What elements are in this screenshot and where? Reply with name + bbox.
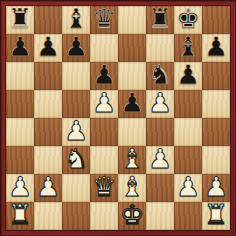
black-pawn[interactable]: ♟	[176, 61, 200, 89]
square-d5[interactable]: ♟	[90, 90, 118, 118]
chess-board: ♜♝♛♜♚♟♟♟♝♟♟♞♟♟♟♟♟♞♝♟♟♟♛♝♟♟♜♚♜	[6, 6, 230, 230]
square-h7[interactable]: ♟	[202, 34, 230, 62]
square-f8[interactable]: ♜	[146, 6, 174, 34]
square-a6[interactable]	[6, 62, 34, 90]
square-c7[interactable]: ♟	[62, 34, 90, 62]
square-h6[interactable]	[202, 62, 230, 90]
square-e7[interactable]	[118, 34, 146, 62]
square-h1[interactable]: ♜	[202, 202, 230, 230]
square-c1[interactable]	[62, 202, 90, 230]
square-d6[interactable]: ♟	[90, 62, 118, 90]
square-b7[interactable]: ♟	[34, 34, 62, 62]
white-rook[interactable]: ♜	[8, 201, 32, 229]
white-bishop[interactable]: ♝	[120, 145, 144, 173]
square-g7[interactable]: ♝	[174, 34, 202, 62]
square-c2[interactable]	[62, 174, 90, 202]
black-pawn[interactable]: ♟	[64, 33, 88, 61]
square-e2[interactable]: ♝	[118, 174, 146, 202]
square-e5[interactable]: ♟	[118, 90, 146, 118]
square-g3[interactable]	[174, 146, 202, 174]
square-b2[interactable]: ♟	[34, 174, 62, 202]
square-e6[interactable]	[118, 62, 146, 90]
white-pawn[interactable]: ♟	[148, 89, 172, 117]
black-pawn[interactable]: ♟	[92, 61, 116, 89]
square-b1[interactable]	[34, 202, 62, 230]
white-rook[interactable]: ♜	[204, 201, 228, 229]
square-f3[interactable]: ♟	[146, 146, 174, 174]
square-f7[interactable]	[146, 34, 174, 62]
square-a2[interactable]: ♟	[6, 174, 34, 202]
square-a1[interactable]: ♜	[6, 202, 34, 230]
square-h3[interactable]	[202, 146, 230, 174]
square-c4[interactable]: ♟	[62, 118, 90, 146]
white-bishop[interactable]: ♝	[120, 173, 144, 201]
square-e8[interactable]	[118, 6, 146, 34]
black-pawn[interactable]: ♟	[8, 33, 32, 61]
square-b5[interactable]	[34, 90, 62, 118]
black-pawn[interactable]: ♟	[204, 33, 228, 61]
square-d7[interactable]	[90, 34, 118, 62]
black-pawn[interactable]: ♟	[36, 33, 60, 61]
square-c5[interactable]	[62, 90, 90, 118]
square-c6[interactable]	[62, 62, 90, 90]
black-pawn[interactable]: ♟	[120, 89, 144, 117]
square-d4[interactable]	[90, 118, 118, 146]
square-a7[interactable]: ♟	[6, 34, 34, 62]
square-b8[interactable]	[34, 6, 62, 34]
black-rook[interactable]: ♜	[8, 5, 32, 33]
white-pawn[interactable]: ♟	[36, 173, 60, 201]
square-d3[interactable]	[90, 146, 118, 174]
square-g4[interactable]	[174, 118, 202, 146]
square-b3[interactable]	[34, 146, 62, 174]
square-b6[interactable]	[34, 62, 62, 90]
black-bishop[interactable]: ♝	[64, 5, 88, 33]
square-g1[interactable]	[174, 202, 202, 230]
square-f6[interactable]: ♞	[146, 62, 174, 90]
board-frame: ♜♝♛♜♚♟♟♟♝♟♟♞♟♟♟♟♟♞♝♟♟♟♛♝♟♟♜♚♜	[0, 0, 236, 236]
square-d8[interactable]: ♛	[90, 6, 118, 34]
white-king[interactable]: ♚	[120, 201, 144, 229]
square-b4[interactable]	[34, 118, 62, 146]
square-c8[interactable]: ♝	[62, 6, 90, 34]
square-a8[interactable]: ♜	[6, 6, 34, 34]
white-pawn[interactable]: ♟	[92, 89, 116, 117]
square-g8[interactable]: ♚	[174, 6, 202, 34]
square-h2[interactable]: ♟	[202, 174, 230, 202]
square-a3[interactable]	[6, 146, 34, 174]
white-pawn[interactable]: ♟	[204, 173, 228, 201]
white-pawn[interactable]: ♟	[176, 173, 200, 201]
square-g5[interactable]	[174, 90, 202, 118]
square-f5[interactable]: ♟	[146, 90, 174, 118]
black-queen[interactable]: ♛	[92, 5, 116, 33]
black-knight[interactable]: ♞	[148, 61, 172, 89]
square-c3[interactable]: ♞	[62, 146, 90, 174]
square-d1[interactable]	[90, 202, 118, 230]
square-e1[interactable]: ♚	[118, 202, 146, 230]
square-h8[interactable]	[202, 6, 230, 34]
black-rook[interactable]: ♜	[148, 5, 172, 33]
square-a5[interactable]	[6, 90, 34, 118]
square-f2[interactable]	[146, 174, 174, 202]
square-a4[interactable]	[6, 118, 34, 146]
white-knight[interactable]: ♞	[64, 145, 88, 173]
white-pawn[interactable]: ♟	[148, 145, 172, 173]
square-d2[interactable]: ♛	[90, 174, 118, 202]
black-bishop[interactable]: ♝	[176, 33, 200, 61]
square-g2[interactable]: ♟	[174, 174, 202, 202]
white-pawn[interactable]: ♟	[8, 173, 32, 201]
square-h5[interactable]	[202, 90, 230, 118]
black-king[interactable]: ♚	[176, 5, 200, 33]
square-h4[interactable]	[202, 118, 230, 146]
square-e4[interactable]	[118, 118, 146, 146]
square-f1[interactable]	[146, 202, 174, 230]
square-f4[interactable]	[146, 118, 174, 146]
white-pawn[interactable]: ♟	[64, 117, 88, 145]
white-queen[interactable]: ♛	[92, 173, 116, 201]
square-e3[interactable]: ♝	[118, 146, 146, 174]
square-g6[interactable]: ♟	[174, 62, 202, 90]
